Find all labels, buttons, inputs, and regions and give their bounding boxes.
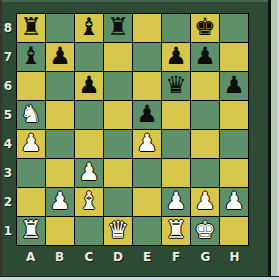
square-b2[interactable]: ♟ (46, 188, 74, 216)
square-d1[interactable]: ♛ (104, 217, 132, 245)
square-h8[interactable] (220, 14, 248, 42)
square-d5[interactable] (104, 101, 132, 129)
square-f5[interactable] (162, 101, 190, 129)
square-b7[interactable]: ♟ (46, 43, 74, 71)
piece-black-pawn: ♟ (223, 73, 245, 97)
square-e6[interactable] (133, 72, 161, 100)
window-top-edge (0, 0, 279, 2)
piece-black-pawn: ♟ (136, 102, 158, 126)
square-h5[interactable] (220, 101, 248, 129)
rank-label-2: 2 (0, 188, 16, 217)
file-labels: A B C D E F G H (16, 247, 249, 267)
square-f4[interactable] (162, 130, 190, 158)
piece-black-bishop: ♝ (78, 15, 100, 39)
square-b8[interactable] (46, 14, 74, 42)
piece-black-bishop: ♝ (20, 44, 42, 68)
square-e3[interactable] (133, 159, 161, 187)
piece-white-queen: ♛ (107, 218, 129, 242)
square-g6[interactable] (191, 72, 219, 100)
square-a7[interactable]: ♝ (17, 43, 45, 71)
piece-black-queen: ♛ (165, 73, 187, 97)
square-c2[interactable]: ♝ (75, 188, 103, 216)
square-f1[interactable]: ♜ (162, 217, 190, 245)
piece-black-pawn: ♟ (165, 44, 187, 68)
piece-white-pawn: ♟ (165, 189, 187, 213)
chess-board-window: 8 7 6 5 4 3 2 1 ♜♝♜♚♝♟♟♟♟♛♟♞♟♟♟♟♟♝♟♟♟♜♛♜… (0, 0, 279, 280)
square-c5[interactable] (75, 101, 103, 129)
piece-black-pawn: ♟ (78, 73, 100, 97)
square-h2[interactable]: ♟ (220, 188, 248, 216)
square-b1[interactable] (46, 217, 74, 245)
piece-white-king: ♚ (194, 218, 216, 242)
square-f8[interactable] (162, 14, 190, 42)
square-d8[interactable]: ♜ (104, 14, 132, 42)
rank-label-1: 1 (0, 217, 16, 246)
piece-black-pawn: ♟ (49, 44, 71, 68)
square-d2[interactable] (104, 188, 132, 216)
file-label-b: B (45, 247, 74, 267)
rank-label-7: 7 (0, 42, 16, 71)
square-c8[interactable]: ♝ (75, 14, 103, 42)
piece-black-king: ♚ (194, 15, 216, 39)
piece-white-pawn: ♟ (136, 131, 158, 155)
square-h4[interactable] (220, 130, 248, 158)
square-c6[interactable]: ♟ (75, 72, 103, 100)
square-h7[interactable] (220, 43, 248, 71)
file-label-a: A (16, 247, 45, 267)
square-a2[interactable] (17, 188, 45, 216)
square-h1[interactable] (220, 217, 248, 245)
square-f7[interactable]: ♟ (162, 43, 190, 71)
square-b3[interactable] (46, 159, 74, 187)
file-label-h: H (220, 247, 249, 267)
square-a1[interactable]: ♜ (17, 217, 45, 245)
square-f3[interactable] (162, 159, 190, 187)
rank-label-3: 3 (0, 159, 16, 188)
piece-white-pawn: ♟ (194, 189, 216, 213)
square-a8[interactable]: ♜ (17, 14, 45, 42)
square-h6[interactable]: ♟ (220, 72, 248, 100)
piece-white-pawn: ♟ (78, 160, 100, 184)
rank-label-6: 6 (0, 71, 16, 100)
square-g1[interactable]: ♚ (191, 217, 219, 245)
square-e4[interactable]: ♟ (133, 130, 161, 158)
square-c1[interactable] (75, 217, 103, 245)
square-g4[interactable] (191, 130, 219, 158)
square-d7[interactable] (104, 43, 132, 71)
rank-label-8: 8 (0, 13, 16, 42)
square-e2[interactable] (133, 188, 161, 216)
square-e7[interactable] (133, 43, 161, 71)
square-b6[interactable] (46, 72, 74, 100)
square-d4[interactable] (104, 130, 132, 158)
piece-white-pawn: ♟ (49, 189, 71, 213)
square-g8[interactable]: ♚ (191, 14, 219, 42)
square-f2[interactable]: ♟ (162, 188, 190, 216)
square-a5[interactable]: ♞ (17, 101, 45, 129)
square-g7[interactable]: ♟ (191, 43, 219, 71)
rank-label-4: 4 (0, 130, 16, 159)
rank-labels: 8 7 6 5 4 3 2 1 (0, 13, 16, 246)
square-f6[interactable]: ♛ (162, 72, 190, 100)
piece-white-bishop: ♝ (78, 189, 100, 213)
square-g3[interactable] (191, 159, 219, 187)
square-a4[interactable]: ♟ (17, 130, 45, 158)
piece-white-pawn: ♟ (20, 131, 42, 155)
piece-black-pawn: ♟ (194, 44, 216, 68)
square-c4[interactable] (75, 130, 103, 158)
square-d3[interactable] (104, 159, 132, 187)
square-e1[interactable] (133, 217, 161, 245)
square-e8[interactable] (133, 14, 161, 42)
square-b5[interactable] (46, 101, 74, 129)
board: ♜♝♜♚♝♟♟♟♟♛♟♞♟♟♟♟♟♝♟♟♟♜♛♜♚ (16, 13, 249, 246)
piece-black-rook: ♜ (20, 15, 42, 39)
square-e5[interactable]: ♟ (133, 101, 161, 129)
square-d6[interactable] (104, 72, 132, 100)
square-a6[interactable] (17, 72, 45, 100)
window-right-edge (268, 0, 279, 280)
square-b4[interactable] (46, 130, 74, 158)
square-a3[interactable] (17, 159, 45, 187)
square-h3[interactable] (220, 159, 248, 187)
square-c7[interactable] (75, 43, 103, 71)
square-g2[interactable]: ♟ (191, 188, 219, 216)
square-c3[interactable]: ♟ (75, 159, 103, 187)
piece-black-rook: ♜ (107, 15, 129, 39)
square-g5[interactable] (191, 101, 219, 129)
piece-white-knight: ♞ (20, 102, 42, 126)
file-label-d: D (103, 247, 132, 267)
rank-label-5: 5 (0, 100, 16, 129)
file-label-e: E (133, 247, 162, 267)
window-bottom-edge (0, 276, 279, 280)
piece-white-rook: ♜ (20, 218, 42, 242)
file-label-g: G (191, 247, 220, 267)
file-label-f: F (162, 247, 191, 267)
file-label-c: C (74, 247, 103, 267)
piece-white-rook: ♜ (165, 218, 187, 242)
piece-white-pawn: ♟ (223, 189, 245, 213)
